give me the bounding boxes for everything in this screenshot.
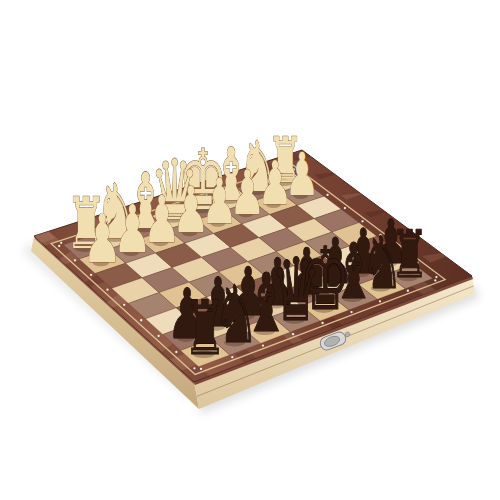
frame-dot bbox=[140, 319, 142, 321]
frame-dot bbox=[157, 335, 159, 337]
frame-dot bbox=[326, 194, 328, 196]
piece-white-pawn-a2[interactable]: ♟ bbox=[83, 200, 122, 277]
chess-set-product-photo: ♜♞♟♝♟♚♟♛♟♝♟♞♟♜♟♟♟♟♜♟♞♟♝♟♚♟♛♟♝♟♞♜ bbox=[0, 0, 500, 500]
piece-black-rook-a8[interactable]: ♜ bbox=[183, 285, 226, 372]
frame-dot bbox=[58, 245, 60, 247]
chess-board-3d: ♜♞♟♝♟♚♟♛♟♝♟♞♟♜♟♟♟♟♜♟♞♟♝♟♚♟♛♟♝♟♞♜ bbox=[0, 0, 500, 500]
frame-dot bbox=[123, 304, 125, 306]
frame-dot bbox=[106, 289, 108, 291]
frame-dot bbox=[435, 276, 437, 278]
frame-dot bbox=[60, 242, 62, 244]
frame-dot bbox=[344, 207, 346, 209]
frame-dot bbox=[434, 279, 436, 281]
